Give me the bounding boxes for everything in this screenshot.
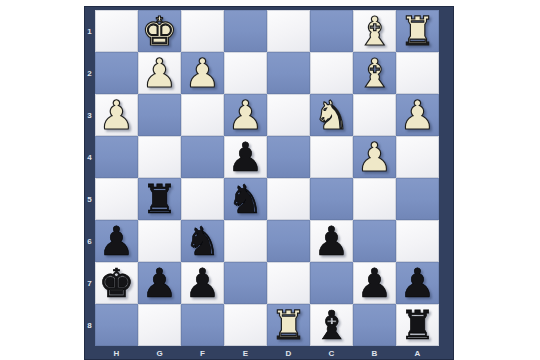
square-a2[interactable] xyxy=(396,52,439,94)
board-grid: ♚♝♜♟♟♝♟♟♞♟♟♟♜♞♟♞♟♚♟♟♟♟♜♝♜ xyxy=(95,10,439,346)
square-g5[interactable]: ♜ xyxy=(138,178,181,220)
square-h7[interactable]: ♚ xyxy=(95,262,138,304)
rank-label-3: 3 xyxy=(84,94,95,136)
square-d4[interactable] xyxy=(267,136,310,178)
white-knight: ♞ xyxy=(310,94,353,136)
square-c3[interactable]: ♞ xyxy=(310,94,353,136)
square-e2[interactable] xyxy=(224,52,267,94)
square-f8[interactable] xyxy=(181,304,224,346)
square-h3[interactable]: ♟ xyxy=(95,94,138,136)
square-h1[interactable] xyxy=(95,10,138,52)
square-e8[interactable] xyxy=(224,304,267,346)
square-a5[interactable] xyxy=(396,178,439,220)
black-pawn: ♟ xyxy=(353,262,396,304)
file-label-f: F xyxy=(181,346,224,360)
rank-label-1: 1 xyxy=(84,10,95,52)
square-f7[interactable]: ♟ xyxy=(181,262,224,304)
square-b7[interactable]: ♟ xyxy=(353,262,396,304)
square-h4[interactable] xyxy=(95,136,138,178)
file-label-d: D xyxy=(267,346,310,360)
rank-labels: 12345678 xyxy=(84,10,95,346)
square-f6[interactable]: ♞ xyxy=(181,220,224,262)
file-label-g: G xyxy=(138,346,181,360)
white-pawn: ♟ xyxy=(224,94,267,136)
square-f2[interactable]: ♟ xyxy=(181,52,224,94)
square-b3[interactable] xyxy=(353,94,396,136)
rank-label-5: 5 xyxy=(84,178,95,220)
square-h2[interactable] xyxy=(95,52,138,94)
file-label-e: E xyxy=(224,346,267,360)
square-e4[interactable]: ♟ xyxy=(224,136,267,178)
white-rook: ♜ xyxy=(396,10,439,52)
white-pawn: ♟ xyxy=(353,136,396,178)
square-g1[interactable]: ♚ xyxy=(138,10,181,52)
square-d7[interactable] xyxy=(267,262,310,304)
square-d6[interactable] xyxy=(267,220,310,262)
square-a1[interactable]: ♜ xyxy=(396,10,439,52)
black-rook: ♜ xyxy=(396,304,439,346)
black-pawn: ♟ xyxy=(138,262,181,304)
square-b6[interactable] xyxy=(353,220,396,262)
square-b2[interactable]: ♝ xyxy=(353,52,396,94)
black-knight: ♞ xyxy=(181,220,224,262)
white-pawn: ♟ xyxy=(95,94,138,136)
black-pawn: ♟ xyxy=(310,220,353,262)
black-pawn: ♟ xyxy=(95,220,138,262)
white-pawn: ♟ xyxy=(181,52,224,94)
black-rook: ♜ xyxy=(138,178,181,220)
square-c7[interactable] xyxy=(310,262,353,304)
black-pawn: ♟ xyxy=(181,262,224,304)
square-g6[interactable] xyxy=(138,220,181,262)
black-pawn: ♟ xyxy=(396,262,439,304)
square-h6[interactable]: ♟ xyxy=(95,220,138,262)
square-f3[interactable] xyxy=(181,94,224,136)
square-e1[interactable] xyxy=(224,10,267,52)
square-g8[interactable] xyxy=(138,304,181,346)
square-a6[interactable] xyxy=(396,220,439,262)
chess-board: 12345678 ♚♝♜♟♟♝♟♟♞♟♟♟♜♞♟♞♟♚♟♟♟♟♜♝♜ HGFED… xyxy=(84,6,454,360)
square-d2[interactable] xyxy=(267,52,310,94)
square-e5[interactable]: ♞ xyxy=(224,178,267,220)
square-g7[interactable]: ♟ xyxy=(138,262,181,304)
white-bishop: ♝ xyxy=(353,10,396,52)
square-b4[interactable]: ♟ xyxy=(353,136,396,178)
black-bishop: ♝ xyxy=(310,304,353,346)
square-c1[interactable] xyxy=(310,10,353,52)
rank-label-8: 8 xyxy=(84,304,95,346)
square-f1[interactable] xyxy=(181,10,224,52)
square-a7[interactable]: ♟ xyxy=(396,262,439,304)
rank-label-6: 6 xyxy=(84,220,95,262)
square-h5[interactable] xyxy=(95,178,138,220)
square-e7[interactable] xyxy=(224,262,267,304)
square-c8[interactable]: ♝ xyxy=(310,304,353,346)
file-label-h: H xyxy=(95,346,138,360)
square-h8[interactable] xyxy=(95,304,138,346)
white-bishop: ♝ xyxy=(353,52,396,94)
square-c4[interactable] xyxy=(310,136,353,178)
square-e6[interactable] xyxy=(224,220,267,262)
square-d8[interactable]: ♜ xyxy=(267,304,310,346)
white-king: ♚ xyxy=(138,10,181,52)
square-g3[interactable] xyxy=(138,94,181,136)
file-labels: HGFEDCBA xyxy=(95,346,439,360)
file-label-c: C xyxy=(310,346,353,360)
square-d3[interactable] xyxy=(267,94,310,136)
square-c2[interactable] xyxy=(310,52,353,94)
white-pawn: ♟ xyxy=(396,94,439,136)
square-c5[interactable] xyxy=(310,178,353,220)
square-g4[interactable] xyxy=(138,136,181,178)
square-c6[interactable]: ♟ xyxy=(310,220,353,262)
rank-label-7: 7 xyxy=(84,262,95,304)
square-g2[interactable]: ♟ xyxy=(138,52,181,94)
file-label-a: A xyxy=(396,346,439,360)
square-a4[interactable] xyxy=(396,136,439,178)
black-pawn: ♟ xyxy=(224,136,267,178)
square-b5[interactable] xyxy=(353,178,396,220)
square-b1[interactable]: ♝ xyxy=(353,10,396,52)
white-pawn: ♟ xyxy=(138,52,181,94)
square-e3[interactable]: ♟ xyxy=(224,94,267,136)
square-b8[interactable] xyxy=(353,304,396,346)
rank-label-2: 2 xyxy=(84,52,95,94)
square-a8[interactable]: ♜ xyxy=(396,304,439,346)
file-label-b: B xyxy=(353,346,396,360)
white-rook: ♜ xyxy=(267,304,310,346)
square-f4[interactable] xyxy=(181,136,224,178)
black-king: ♚ xyxy=(95,262,138,304)
rank-label-4: 4 xyxy=(84,136,95,178)
black-knight: ♞ xyxy=(224,178,267,220)
square-a3[interactable]: ♟ xyxy=(396,94,439,136)
square-d1[interactable] xyxy=(267,10,310,52)
square-f5[interactable] xyxy=(181,178,224,220)
square-d5[interactable] xyxy=(267,178,310,220)
